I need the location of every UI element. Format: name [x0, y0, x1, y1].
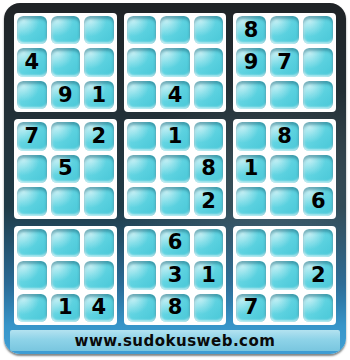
cell-r9c5: 8	[160, 294, 190, 322]
cell-r9c4[interactable]	[127, 294, 157, 322]
cell-r3c5: 4	[160, 81, 190, 109]
sudoku-board: 491489772518281614631827	[14, 13, 336, 325]
cell-r8c5: 3	[160, 261, 190, 289]
cell-r5c5[interactable]	[160, 155, 190, 183]
cell-r9c6[interactable]	[194, 294, 224, 322]
cell-r9c7: 7	[236, 294, 266, 322]
cell-r6c9: 6	[303, 187, 333, 215]
cell-r4c1: 7	[17, 122, 47, 150]
box-r2c2: 182	[124, 119, 227, 218]
cell-r5c8[interactable]	[270, 155, 300, 183]
cell-r8c6: 1	[194, 261, 224, 289]
cell-r1c6[interactable]	[194, 16, 224, 44]
cell-r8c2[interactable]	[51, 261, 81, 289]
cell-r6c4[interactable]	[127, 187, 157, 215]
cell-r6c2[interactable]	[51, 187, 81, 215]
cell-r4c8: 8	[270, 122, 300, 150]
cell-r5c9[interactable]	[303, 155, 333, 183]
cell-r7c1[interactable]	[17, 229, 47, 257]
footer-band: www.sudokusweb.com	[10, 330, 340, 351]
cell-r8c4[interactable]	[127, 261, 157, 289]
cell-r1c2[interactable]	[51, 16, 81, 44]
cell-r2c2[interactable]	[51, 48, 81, 76]
box-r3c3: 27	[233, 226, 336, 325]
cell-r6c1[interactable]	[17, 187, 47, 215]
cell-r7c2[interactable]	[51, 229, 81, 257]
cell-r4c2[interactable]	[51, 122, 81, 150]
cell-r2c3[interactable]	[84, 48, 114, 76]
cell-r9c3: 4	[84, 294, 114, 322]
cell-r6c5[interactable]	[160, 187, 190, 215]
box-r3c2: 6318	[124, 226, 227, 325]
cell-r5c4[interactable]	[127, 155, 157, 183]
cell-r3c7[interactable]	[236, 81, 266, 109]
cell-r2c7: 9	[236, 48, 266, 76]
box-r3c1: 14	[14, 226, 117, 325]
cell-r3c2: 9	[51, 81, 81, 109]
cell-r8c7[interactable]	[236, 261, 266, 289]
cell-r2c8: 7	[270, 48, 300, 76]
box-r1c3: 897	[233, 13, 336, 112]
cell-r2c1: 4	[17, 48, 47, 76]
cell-r4c4[interactable]	[127, 122, 157, 150]
cell-r7c8[interactable]	[270, 229, 300, 257]
cell-r1c5[interactable]	[160, 16, 190, 44]
cell-r3c9[interactable]	[303, 81, 333, 109]
cell-r9c1[interactable]	[17, 294, 47, 322]
cell-r1c8[interactable]	[270, 16, 300, 44]
box-r2c3: 816	[233, 119, 336, 218]
cell-r1c3[interactable]	[84, 16, 114, 44]
cell-r6c3[interactable]	[84, 187, 114, 215]
cell-r1c1[interactable]	[17, 16, 47, 44]
cell-r3c3: 1	[84, 81, 114, 109]
cell-r9c8[interactable]	[270, 294, 300, 322]
cell-r4c3: 2	[84, 122, 114, 150]
cell-r6c6: 2	[194, 187, 224, 215]
cell-r3c6[interactable]	[194, 81, 224, 109]
cell-r2c6[interactable]	[194, 48, 224, 76]
cell-r2c4[interactable]	[127, 48, 157, 76]
cell-r4c5: 1	[160, 122, 190, 150]
cell-r4c6[interactable]	[194, 122, 224, 150]
cell-r4c9[interactable]	[303, 122, 333, 150]
cell-r9c9[interactable]	[303, 294, 333, 322]
cell-r7c4[interactable]	[127, 229, 157, 257]
site-url: www.sudokusweb.com	[75, 332, 276, 350]
cell-r8c8[interactable]	[270, 261, 300, 289]
cell-r6c8[interactable]	[270, 187, 300, 215]
cell-r3c8[interactable]	[270, 81, 300, 109]
cell-r5c3[interactable]	[84, 155, 114, 183]
cell-r5c6: 8	[194, 155, 224, 183]
cell-r4c7[interactable]	[236, 122, 266, 150]
cell-r8c9: 2	[303, 261, 333, 289]
cell-r5c1[interactable]	[17, 155, 47, 183]
cell-r7c5: 6	[160, 229, 190, 257]
box-r1c2: 4	[124, 13, 227, 112]
cell-r2c5[interactable]	[160, 48, 190, 76]
cell-r5c2: 5	[51, 155, 81, 183]
cell-r7c9[interactable]	[303, 229, 333, 257]
cell-r7c3[interactable]	[84, 229, 114, 257]
cell-r9c2: 1	[51, 294, 81, 322]
cell-r1c9[interactable]	[303, 16, 333, 44]
cell-r8c1[interactable]	[17, 261, 47, 289]
cell-r5c7: 1	[236, 155, 266, 183]
cell-r3c1[interactable]	[17, 81, 47, 109]
cell-r2c9[interactable]	[303, 48, 333, 76]
cell-r1c4[interactable]	[127, 16, 157, 44]
box-r2c1: 725	[14, 119, 117, 218]
cell-r6c7[interactable]	[236, 187, 266, 215]
box-r1c1: 491	[14, 13, 117, 112]
cell-r8c3[interactable]	[84, 261, 114, 289]
cell-r1c7: 8	[236, 16, 266, 44]
cell-r7c7[interactable]	[236, 229, 266, 257]
cell-r7c6[interactable]	[194, 229, 224, 257]
cell-r3c4[interactable]	[127, 81, 157, 109]
